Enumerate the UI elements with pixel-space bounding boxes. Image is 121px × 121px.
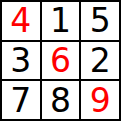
grid-cell-r2c2: 9	[81, 81, 119, 119]
grid-cell-r0c0: 4	[2, 2, 40, 40]
grid-cell-r0c1: 1	[42, 2, 80, 40]
grid-cell-r2c1: 8	[42, 81, 80, 119]
number-grid-board: 4 1 5 3 6 2 7 8 9	[0, 0, 121, 121]
grid-cell-r2c0: 7	[2, 81, 40, 119]
grid-cell-r1c2: 2	[81, 42, 119, 80]
grid-cell-r1c0: 3	[2, 42, 40, 80]
grid-cell-r0c2: 5	[81, 2, 119, 40]
grid-cell-r1c1: 6	[42, 42, 80, 80]
